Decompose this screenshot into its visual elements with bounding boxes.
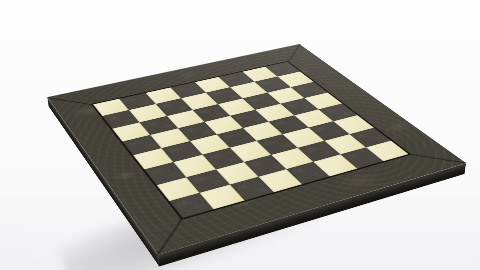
square-f2: [298, 141, 340, 162]
square-b5: [150, 128, 189, 148]
square-c4: [189, 135, 229, 155]
square-d2: [244, 155, 287, 177]
square-e3: [257, 134, 298, 154]
square-d1: [258, 169, 302, 192]
chessboard: [47, 44, 466, 255]
square-g2: [324, 134, 366, 154]
board-frame: [47, 44, 466, 255]
square-c1: [229, 177, 273, 201]
square-e2: [271, 148, 313, 169]
square-c3: [202, 148, 243, 169]
square-f1: [313, 154, 356, 176]
square-h2: [349, 128, 391, 148]
square-b2: [186, 169, 229, 192]
square-a5: [122, 135, 161, 155]
frame-mitre-seam-top-left: [47, 97, 92, 105]
square-b1: [200, 185, 244, 210]
square-a1: [169, 193, 214, 218]
square-e1: [286, 162, 330, 185]
square-a3: [144, 162, 186, 185]
square-d3: [230, 141, 271, 162]
square-h1: [366, 140, 409, 161]
photo-backdrop: [0, 0, 480, 270]
square-c2: [215, 162, 258, 185]
square-b3: [174, 155, 216, 177]
frame-mitre-seam-bottom-right: [410, 154, 466, 164]
square-b4: [162, 141, 202, 162]
square-f3: [283, 128, 324, 148]
square-g1: [340, 147, 383, 168]
square-a2: [156, 177, 199, 201]
frame-mitre-seam-top-right: [288, 44, 301, 61]
square-d4: [217, 128, 257, 148]
square-a4: [133, 148, 174, 169]
